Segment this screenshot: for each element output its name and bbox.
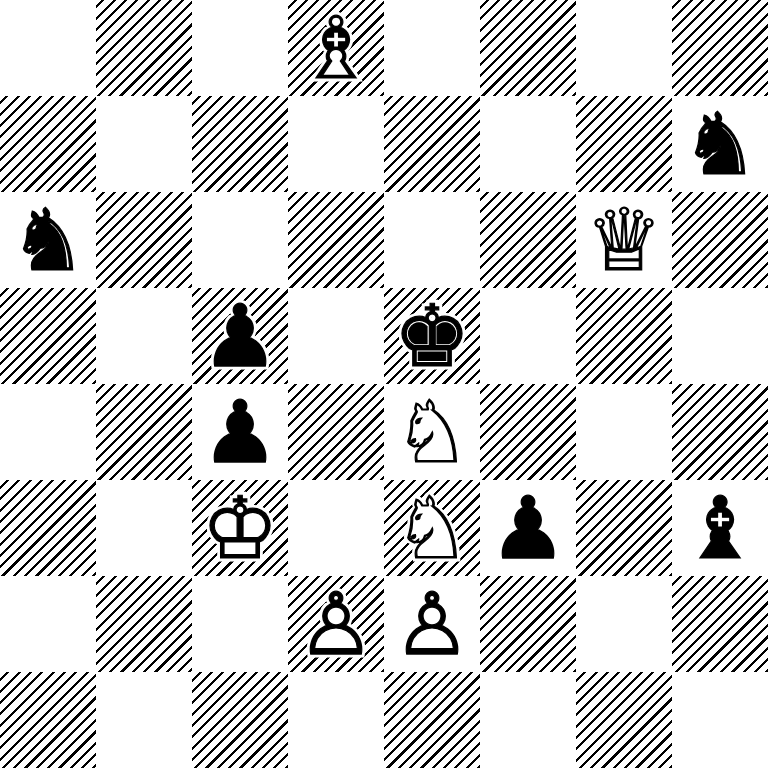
- square-b1[interactable]: [96, 672, 192, 768]
- black-king-icon: ♚♚: [384, 288, 480, 384]
- black-bishop-glyph: ♝: [681, 480, 758, 576]
- square-c7[interactable]: [192, 96, 288, 192]
- black-king-glyph: ♚: [393, 288, 470, 384]
- square-a8[interactable]: [0, 0, 96, 96]
- square-e8[interactable]: [384, 0, 480, 96]
- square-b4[interactable]: [96, 384, 192, 480]
- square-g8[interactable]: [576, 0, 672, 96]
- square-h6[interactable]: [672, 192, 768, 288]
- white-pawn-glyph: ♙: [393, 576, 470, 672]
- white-queen-glyph: ♕: [585, 192, 662, 288]
- square-a1[interactable]: [0, 672, 96, 768]
- black-knight-icon: ♞♞: [0, 192, 96, 288]
- square-g7[interactable]: [576, 96, 672, 192]
- square-f1[interactable]: [480, 672, 576, 768]
- square-h5[interactable]: [672, 288, 768, 384]
- black-pawn-icon: ♟♟: [192, 288, 288, 384]
- black-pawn-icon: ♟♟: [480, 480, 576, 576]
- square-c6[interactable]: [192, 192, 288, 288]
- square-e3[interactable]: ♞♘: [384, 480, 480, 576]
- square-h2[interactable]: [672, 576, 768, 672]
- square-a7[interactable]: [0, 96, 96, 192]
- square-b3[interactable]: [96, 480, 192, 576]
- square-g5[interactable]: [576, 288, 672, 384]
- square-d8[interactable]: ♝♗: [288, 0, 384, 96]
- square-c8[interactable]: [192, 0, 288, 96]
- square-e4[interactable]: ♞♘: [384, 384, 480, 480]
- square-f8[interactable]: [480, 0, 576, 96]
- square-f6[interactable]: [480, 192, 576, 288]
- white-bishop-icon: ♝♗: [288, 0, 384, 96]
- square-e1[interactable]: [384, 672, 480, 768]
- black-pawn-glyph: ♟: [201, 288, 278, 384]
- square-b2[interactable]: [96, 576, 192, 672]
- square-d4[interactable]: [288, 384, 384, 480]
- square-e7[interactable]: [384, 96, 480, 192]
- white-bishop-glyph: ♗: [297, 0, 374, 96]
- square-h7[interactable]: ♞♞: [672, 96, 768, 192]
- square-b5[interactable]: [96, 288, 192, 384]
- square-e2[interactable]: ♟♙: [384, 576, 480, 672]
- square-d5[interactable]: [288, 288, 384, 384]
- square-c2[interactable]: [192, 576, 288, 672]
- white-pawn-glyph: ♙: [297, 576, 374, 672]
- square-f4[interactable]: [480, 384, 576, 480]
- black-knight-glyph: ♞: [9, 192, 86, 288]
- square-d6[interactable]: [288, 192, 384, 288]
- square-c4[interactable]: ♟♟: [192, 384, 288, 480]
- square-g4[interactable]: [576, 384, 672, 480]
- black-pawn-icon: ♟♟: [192, 384, 288, 480]
- square-f3[interactable]: ♟♟: [480, 480, 576, 576]
- white-knight-icon: ♞♘: [384, 384, 480, 480]
- white-king-glyph: ♔: [201, 480, 278, 576]
- white-knight-glyph: ♘: [393, 480, 470, 576]
- square-g6[interactable]: ♛♕: [576, 192, 672, 288]
- square-g2[interactable]: [576, 576, 672, 672]
- chess-board: ♝♗♞♞♞♞♛♕♟♟♚♚♟♟♞♘♚♔♞♘♟♟♝♝♟♙♟♙: [0, 0, 768, 768]
- square-d2[interactable]: ♟♙: [288, 576, 384, 672]
- square-c3[interactable]: ♚♔: [192, 480, 288, 576]
- square-e5[interactable]: ♚♚: [384, 288, 480, 384]
- square-h1[interactable]: [672, 672, 768, 768]
- square-g1[interactable]: [576, 672, 672, 768]
- white-knight-icon: ♞♘: [384, 480, 480, 576]
- white-queen-icon: ♛♕: [576, 192, 672, 288]
- square-h8[interactable]: [672, 0, 768, 96]
- square-a5[interactable]: [0, 288, 96, 384]
- square-h4[interactable]: [672, 384, 768, 480]
- white-pawn-icon: ♟♙: [288, 576, 384, 672]
- square-a3[interactable]: [0, 480, 96, 576]
- square-a6[interactable]: ♞♞: [0, 192, 96, 288]
- square-c5[interactable]: ♟♟: [192, 288, 288, 384]
- square-b6[interactable]: [96, 192, 192, 288]
- square-d3[interactable]: [288, 480, 384, 576]
- square-b7[interactable]: [96, 96, 192, 192]
- square-a2[interactable]: [0, 576, 96, 672]
- black-pawn-glyph: ♟: [201, 384, 278, 480]
- square-f7[interactable]: [480, 96, 576, 192]
- square-g3[interactable]: [576, 480, 672, 576]
- black-pawn-glyph: ♟: [489, 480, 566, 576]
- black-knight-icon: ♞♞: [672, 96, 768, 192]
- black-knight-glyph: ♞: [681, 96, 758, 192]
- white-knight-glyph: ♘: [393, 384, 470, 480]
- square-b8[interactable]: [96, 0, 192, 96]
- square-a4[interactable]: [0, 384, 96, 480]
- white-pawn-icon: ♟♙: [384, 576, 480, 672]
- black-bishop-icon: ♝♝: [672, 480, 768, 576]
- square-f2[interactable]: [480, 576, 576, 672]
- white-king-icon: ♚♔: [192, 480, 288, 576]
- square-h3[interactable]: ♝♝: [672, 480, 768, 576]
- square-c1[interactable]: [192, 672, 288, 768]
- square-d1[interactable]: [288, 672, 384, 768]
- square-f5[interactable]: [480, 288, 576, 384]
- square-e6[interactable]: [384, 192, 480, 288]
- square-d7[interactable]: [288, 96, 384, 192]
